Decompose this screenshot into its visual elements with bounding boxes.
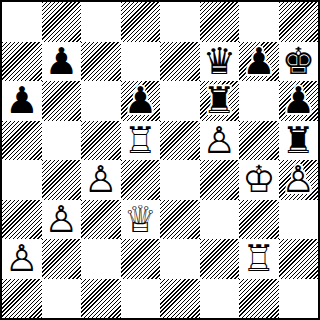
square-g1[interactable] <box>239 279 279 319</box>
white-pawn-glyph: ♙ <box>200 121 240 161</box>
black-king-piece: ♚♚ <box>279 42 319 82</box>
white-queen-glyph: ♕ <box>121 200 161 240</box>
chess-diagram: ♟♟♛♛♟♟♚♚♟♟♟♟♜♜♟♟♜♖♟♙♜♜♟♙♚♔♟♙♟♙♛♕♟♙♜♖ <box>0 0 320 320</box>
white-queen-piece: ♛♕ <box>121 200 161 240</box>
white-king-glyph: ♔ <box>239 160 279 200</box>
black-pawn-piece: ♟♟ <box>239 42 279 82</box>
square-e3[interactable] <box>160 200 200 240</box>
white-rook-glyph: ♖ <box>121 121 161 161</box>
square-b3[interactable]: ♟♙ <box>42 200 82 240</box>
black-pawn-glyph: ♟ <box>2 81 42 121</box>
white-rook-glyph: ♖ <box>239 239 279 279</box>
black-pawn-glyph: ♟ <box>42 42 82 82</box>
black-pawn-piece: ♟♟ <box>42 42 82 82</box>
square-d1[interactable] <box>121 279 161 319</box>
square-f7[interactable]: ♛♛ <box>200 42 240 82</box>
square-b5[interactable] <box>42 121 82 161</box>
square-c3[interactable] <box>81 200 121 240</box>
square-b6[interactable] <box>42 81 82 121</box>
white-pawn-glyph: ♙ <box>279 160 319 200</box>
square-h7[interactable]: ♚♚ <box>279 42 319 82</box>
white-king-piece: ♚♔ <box>239 160 279 200</box>
square-a6[interactable]: ♟♟ <box>2 81 42 121</box>
square-f8[interactable] <box>200 2 240 42</box>
square-h4[interactable]: ♟♙ <box>279 160 319 200</box>
black-pawn-piece: ♟♟ <box>2 81 42 121</box>
square-g2[interactable]: ♜♖ <box>239 239 279 279</box>
square-g8[interactable] <box>239 2 279 42</box>
square-h2[interactable] <box>279 239 319 279</box>
black-pawn-glyph: ♟ <box>279 81 319 121</box>
black-pawn-piece: ♟♟ <box>279 81 319 121</box>
white-rook-piece: ♜♖ <box>239 239 279 279</box>
square-c8[interactable] <box>81 2 121 42</box>
square-d6[interactable]: ♟♟ <box>121 81 161 121</box>
white-pawn-glyph: ♙ <box>42 200 82 240</box>
square-c7[interactable] <box>81 42 121 82</box>
square-g4[interactable]: ♚♔ <box>239 160 279 200</box>
square-f3[interactable] <box>200 200 240 240</box>
square-d2[interactable] <box>121 239 161 279</box>
square-c1[interactable] <box>81 279 121 319</box>
square-e2[interactable] <box>160 239 200 279</box>
square-f4[interactable] <box>200 160 240 200</box>
square-f6[interactable]: ♜♜ <box>200 81 240 121</box>
square-d4[interactable] <box>121 160 161 200</box>
white-pawn-glyph: ♙ <box>2 239 42 279</box>
square-d7[interactable] <box>121 42 161 82</box>
square-c6[interactable] <box>81 81 121 121</box>
square-g7[interactable]: ♟♟ <box>239 42 279 82</box>
black-rook-glyph: ♜ <box>200 81 240 121</box>
square-c2[interactable] <box>81 239 121 279</box>
square-g3[interactable] <box>239 200 279 240</box>
black-rook-glyph: ♜ <box>279 121 319 161</box>
white-pawn-piece: ♟♙ <box>81 160 121 200</box>
square-f5[interactable]: ♟♙ <box>200 121 240 161</box>
square-e6[interactable] <box>160 81 200 121</box>
square-a3[interactable] <box>2 200 42 240</box>
black-rook-piece: ♜♜ <box>200 81 240 121</box>
square-c4[interactable]: ♟♙ <box>81 160 121 200</box>
square-a4[interactable] <box>2 160 42 200</box>
white-pawn-piece: ♟♙ <box>200 121 240 161</box>
square-e7[interactable] <box>160 42 200 82</box>
black-pawn-glyph: ♟ <box>239 42 279 82</box>
square-h8[interactable] <box>279 2 319 42</box>
square-e4[interactable] <box>160 160 200 200</box>
square-g6[interactable] <box>239 81 279 121</box>
white-pawn-piece: ♟♙ <box>2 239 42 279</box>
square-b1[interactable] <box>42 279 82 319</box>
square-b8[interactable] <box>42 2 82 42</box>
black-pawn-glyph: ♟ <box>121 81 161 121</box>
white-rook-piece: ♜♖ <box>121 121 161 161</box>
black-queen-piece: ♛♛ <box>200 42 240 82</box>
square-b7[interactable]: ♟♟ <box>42 42 82 82</box>
square-a2[interactable]: ♟♙ <box>2 239 42 279</box>
square-f1[interactable] <box>200 279 240 319</box>
black-queen-glyph: ♛ <box>200 42 240 82</box>
square-a8[interactable] <box>2 2 42 42</box>
square-d5[interactable]: ♜♖ <box>121 121 161 161</box>
square-g5[interactable] <box>239 121 279 161</box>
square-h6[interactable]: ♟♟ <box>279 81 319 121</box>
white-pawn-piece: ♟♙ <box>42 200 82 240</box>
white-pawn-glyph: ♙ <box>81 160 121 200</box>
square-e5[interactable] <box>160 121 200 161</box>
square-b4[interactable] <box>42 160 82 200</box>
square-b2[interactable] <box>42 239 82 279</box>
square-h5[interactable]: ♜♜ <box>279 121 319 161</box>
square-e8[interactable] <box>160 2 200 42</box>
square-a5[interactable] <box>2 121 42 161</box>
square-f2[interactable] <box>200 239 240 279</box>
black-king-glyph: ♚ <box>279 42 319 82</box>
square-h1[interactable] <box>279 279 319 319</box>
chess-board: ♟♟♛♛♟♟♚♚♟♟♟♟♜♜♟♟♜♖♟♙♜♜♟♙♚♔♟♙♟♙♛♕♟♙♜♖ <box>0 0 320 320</box>
square-d3[interactable]: ♛♕ <box>121 200 161 240</box>
square-a7[interactable] <box>2 42 42 82</box>
black-pawn-piece: ♟♟ <box>121 81 161 121</box>
square-d8[interactable] <box>121 2 161 42</box>
square-a1[interactable] <box>2 279 42 319</box>
black-rook-piece: ♜♜ <box>279 121 319 161</box>
white-pawn-piece: ♟♙ <box>279 160 319 200</box>
square-h3[interactable] <box>279 200 319 240</box>
square-e1[interactable] <box>160 279 200 319</box>
square-c5[interactable] <box>81 121 121 161</box>
